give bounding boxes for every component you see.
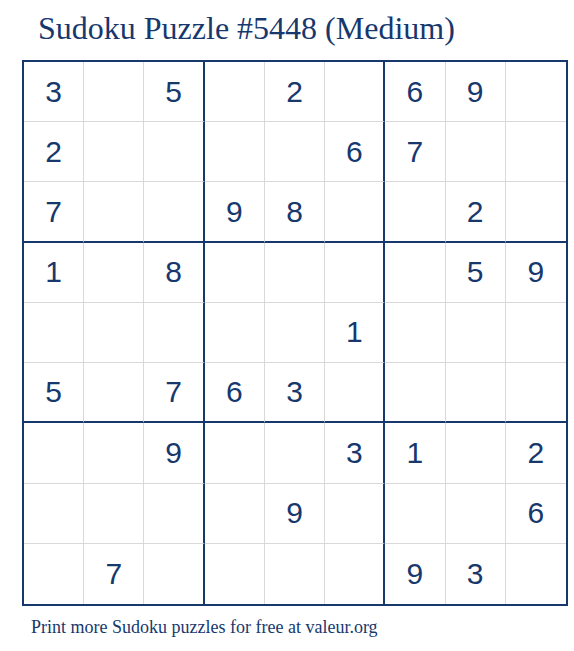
- cell-r8c5[interactable]: 9: [265, 484, 325, 544]
- cell-r4c1[interactable]: 1: [24, 243, 84, 303]
- cell-r5c9[interactable]: [506, 303, 566, 363]
- cell-r4c2[interactable]: [84, 243, 144, 303]
- cell-r7c2[interactable]: [84, 423, 144, 483]
- cell-r8c4[interactable]: [205, 484, 265, 544]
- cell-r3c1[interactable]: 7: [24, 182, 84, 242]
- cell-r4c3[interactable]: 8: [144, 243, 204, 303]
- cell-r2c5[interactable]: [265, 122, 325, 182]
- cell-r7c9[interactable]: 2: [506, 423, 566, 483]
- cell-r2c8[interactable]: [446, 122, 506, 182]
- cell-r2c4[interactable]: [205, 122, 265, 182]
- cell-r3c3[interactable]: [144, 182, 204, 242]
- cell-r5c5[interactable]: [265, 303, 325, 363]
- cell-r5c8[interactable]: [446, 303, 506, 363]
- cell-r8c1[interactable]: [24, 484, 84, 544]
- cell-r2c6[interactable]: 6: [325, 122, 385, 182]
- cell-r5c3[interactable]: [144, 303, 204, 363]
- cell-r7c1[interactable]: [24, 423, 84, 483]
- cell-r4c7[interactable]: [385, 243, 445, 303]
- cell-r6c3[interactable]: 7: [144, 363, 204, 423]
- cell-r2c2[interactable]: [84, 122, 144, 182]
- cell-r3c7[interactable]: [385, 182, 445, 242]
- cell-r9c5[interactable]: [265, 544, 325, 604]
- cell-r7c6[interactable]: 3: [325, 423, 385, 483]
- cell-r8c8[interactable]: [446, 484, 506, 544]
- cell-r9c1[interactable]: [24, 544, 84, 604]
- cell-r2c1[interactable]: 2: [24, 122, 84, 182]
- cell-r2c3[interactable]: [144, 122, 204, 182]
- cell-r5c7[interactable]: [385, 303, 445, 363]
- cell-r9c9[interactable]: [506, 544, 566, 604]
- cell-r5c1[interactable]: [24, 303, 84, 363]
- cell-r1c6[interactable]: [325, 62, 385, 122]
- cell-r9c8[interactable]: 3: [446, 544, 506, 604]
- cell-r1c5[interactable]: 2: [265, 62, 325, 122]
- cell-r4c5[interactable]: [265, 243, 325, 303]
- cell-r8c6[interactable]: [325, 484, 385, 544]
- cell-r3c5[interactable]: 8: [265, 182, 325, 242]
- cell-r9c4[interactable]: [205, 544, 265, 604]
- cell-r7c7[interactable]: 1: [385, 423, 445, 483]
- cell-r3c2[interactable]: [84, 182, 144, 242]
- cell-r5c6[interactable]: 1: [325, 303, 385, 363]
- cell-r8c7[interactable]: [385, 484, 445, 544]
- cell-r3c9[interactable]: [506, 182, 566, 242]
- cell-r3c4[interactable]: 9: [205, 182, 265, 242]
- cell-r2c9[interactable]: [506, 122, 566, 182]
- cell-r1c7[interactable]: 6: [385, 62, 445, 122]
- cell-r1c9[interactable]: [506, 62, 566, 122]
- cell-r3c6[interactable]: [325, 182, 385, 242]
- cell-r5c2[interactable]: [84, 303, 144, 363]
- footer-text: Print more Sudoku puzzles for free at va…: [31, 617, 378, 638]
- cell-r6c6[interactable]: [325, 363, 385, 423]
- cell-r6c1[interactable]: 5: [24, 363, 84, 423]
- cell-r1c8[interactable]: 9: [446, 62, 506, 122]
- cell-r6c2[interactable]: [84, 363, 144, 423]
- cell-r4c6[interactable]: [325, 243, 385, 303]
- cell-r7c3[interactable]: 9: [144, 423, 204, 483]
- cell-r4c9[interactable]: 9: [506, 243, 566, 303]
- cell-r9c3[interactable]: [144, 544, 204, 604]
- cell-r2c7[interactable]: 7: [385, 122, 445, 182]
- cell-r7c8[interactable]: [446, 423, 506, 483]
- cell-r6c7[interactable]: [385, 363, 445, 423]
- cell-r6c4[interactable]: 6: [205, 363, 265, 423]
- cell-r5c4[interactable]: [205, 303, 265, 363]
- page-title: Sudoku Puzzle #5448 (Medium): [38, 10, 455, 47]
- cell-r9c2[interactable]: 7: [84, 544, 144, 604]
- cell-r1c1[interactable]: 3: [24, 62, 84, 122]
- cell-r1c2[interactable]: [84, 62, 144, 122]
- cell-r7c5[interactable]: [265, 423, 325, 483]
- cell-r8c3[interactable]: [144, 484, 204, 544]
- cell-r6c5[interactable]: 3: [265, 363, 325, 423]
- sudoku-board: 352692677982185915763931296793: [22, 60, 568, 606]
- cell-r8c9[interactable]: 6: [506, 484, 566, 544]
- cell-r9c6[interactable]: [325, 544, 385, 604]
- cell-r6c8[interactable]: [446, 363, 506, 423]
- cell-r4c8[interactable]: 5: [446, 243, 506, 303]
- cell-r7c4[interactable]: [205, 423, 265, 483]
- cell-r1c3[interactable]: 5: [144, 62, 204, 122]
- cell-r9c7[interactable]: 9: [385, 544, 445, 604]
- cell-r8c2[interactable]: [84, 484, 144, 544]
- cell-r3c8[interactable]: 2: [446, 182, 506, 242]
- cell-r1c4[interactable]: [205, 62, 265, 122]
- cell-r4c4[interactable]: [205, 243, 265, 303]
- cell-r6c9[interactable]: [506, 363, 566, 423]
